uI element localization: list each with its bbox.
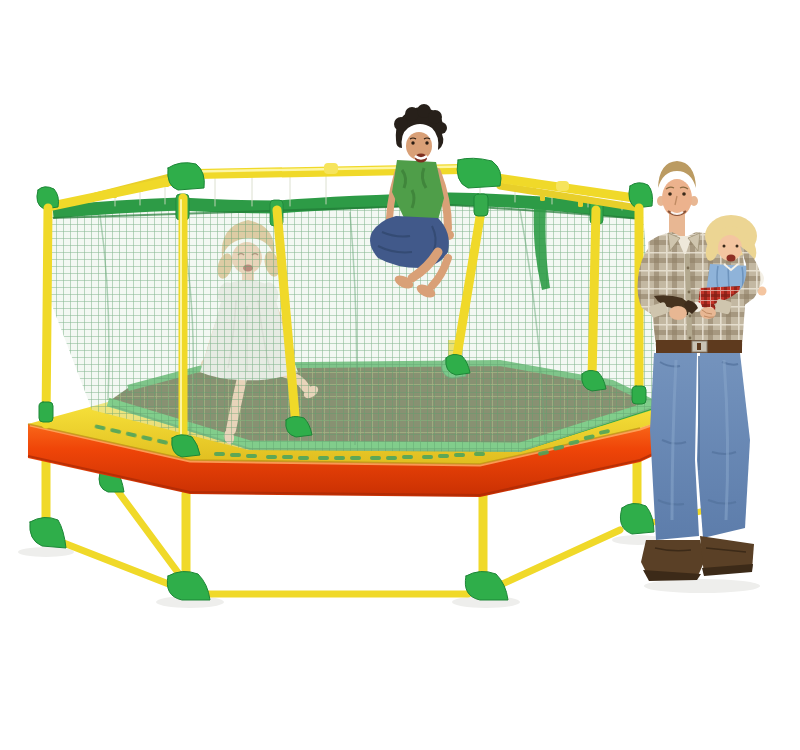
man-figure (638, 161, 767, 581)
product-photo-stage (0, 0, 800, 750)
safety-net (48, 204, 660, 452)
trampoline-product-photo (0, 0, 800, 750)
